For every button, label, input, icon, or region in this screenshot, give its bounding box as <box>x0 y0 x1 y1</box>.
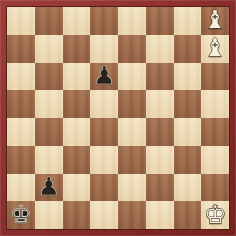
square-h4[interactable] <box>201 118 229 146</box>
square-d4[interactable] <box>90 118 118 146</box>
piece-black-pawn-b2[interactable]: ♟ <box>37 174 59 199</box>
piece-white-bishop-h7[interactable]: ♝ <box>204 35 226 60</box>
piece-black-pawn-d6[interactable]: ♟ <box>93 63 115 88</box>
square-d3[interactable] <box>90 146 118 174</box>
square-a6[interactable] <box>7 63 35 91</box>
square-h3[interactable] <box>201 146 229 174</box>
piece-white-king-h1[interactable]: ♚ <box>204 202 226 227</box>
square-f3[interactable] <box>146 146 174 174</box>
square-g1[interactable] <box>174 201 202 229</box>
square-e8[interactable] <box>118 7 146 35</box>
square-d2[interactable] <box>90 174 118 202</box>
square-a3[interactable] <box>7 146 35 174</box>
square-h6[interactable] <box>201 63 229 91</box>
square-a2[interactable] <box>7 174 35 202</box>
square-h2[interactable] <box>201 174 229 202</box>
square-g6[interactable] <box>174 63 202 91</box>
square-a1[interactable]: ♚ <box>7 201 35 229</box>
square-c6[interactable] <box>63 63 91 91</box>
square-c5[interactable] <box>63 90 91 118</box>
square-a5[interactable] <box>7 90 35 118</box>
square-d8[interactable] <box>90 7 118 35</box>
square-f1[interactable] <box>146 201 174 229</box>
piece-black-king-a1[interactable]: ♚ <box>10 202 32 227</box>
square-e4[interactable] <box>118 118 146 146</box>
square-c3[interactable] <box>63 146 91 174</box>
square-b5[interactable] <box>35 90 63 118</box>
chessboard-frame: ♝♝♟♟♚♚ <box>0 0 236 236</box>
square-h5[interactable] <box>201 90 229 118</box>
square-g2[interactable] <box>174 174 202 202</box>
square-c2[interactable] <box>63 174 91 202</box>
square-b8[interactable] <box>35 7 63 35</box>
square-f6[interactable] <box>146 63 174 91</box>
square-b7[interactable] <box>35 35 63 63</box>
square-b1[interactable] <box>35 201 63 229</box>
square-d1[interactable] <box>90 201 118 229</box>
square-f8[interactable] <box>146 7 174 35</box>
square-h8[interactable]: ♝ <box>201 7 229 35</box>
square-b2[interactable]: ♟ <box>35 174 63 202</box>
square-d5[interactable] <box>90 90 118 118</box>
square-f4[interactable] <box>146 118 174 146</box>
square-a8[interactable] <box>7 7 35 35</box>
square-e3[interactable] <box>118 146 146 174</box>
square-g8[interactable] <box>174 7 202 35</box>
square-e6[interactable] <box>118 63 146 91</box>
square-c1[interactable] <box>63 201 91 229</box>
square-e5[interactable] <box>118 90 146 118</box>
square-b3[interactable] <box>35 146 63 174</box>
square-e7[interactable] <box>118 35 146 63</box>
square-a4[interactable] <box>7 118 35 146</box>
square-h1[interactable]: ♚ <box>201 201 229 229</box>
chessboard: ♝♝♟♟♚♚ <box>7 7 229 229</box>
square-b6[interactable] <box>35 63 63 91</box>
square-f5[interactable] <box>146 90 174 118</box>
square-e2[interactable] <box>118 174 146 202</box>
square-g7[interactable] <box>174 35 202 63</box>
square-h7[interactable]: ♝ <box>201 35 229 63</box>
square-f2[interactable] <box>146 174 174 202</box>
square-g5[interactable] <box>174 90 202 118</box>
square-c4[interactable] <box>63 118 91 146</box>
square-c7[interactable] <box>63 35 91 63</box>
square-g4[interactable] <box>174 118 202 146</box>
square-e1[interactable] <box>118 201 146 229</box>
square-d7[interactable] <box>90 35 118 63</box>
square-a7[interactable] <box>7 35 35 63</box>
square-g3[interactable] <box>174 146 202 174</box>
square-b4[interactable] <box>35 118 63 146</box>
square-c8[interactable] <box>63 7 91 35</box>
piece-white-bishop-h8[interactable]: ♝ <box>204 7 226 32</box>
square-d6[interactable]: ♟ <box>90 63 118 91</box>
square-f7[interactable] <box>146 35 174 63</box>
